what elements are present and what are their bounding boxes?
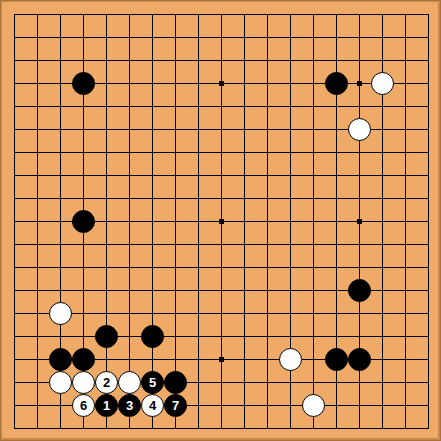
black-stone: 3: [118, 394, 141, 417]
move-number-label: 2: [103, 376, 110, 389]
black-stone: [72, 348, 95, 371]
black-stone: [95, 325, 118, 348]
move-number-label: 5: [149, 376, 156, 389]
black-stone: [348, 348, 371, 371]
star-point: [219, 219, 224, 224]
move-number-label: 4: [149, 399, 156, 412]
black-stone: [49, 348, 72, 371]
star-point: [219, 357, 224, 362]
black-stone: 1: [95, 394, 118, 417]
black-stone: 5: [141, 371, 164, 394]
black-stone: [325, 72, 348, 95]
white-stone: [49, 371, 72, 394]
black-stone: [325, 348, 348, 371]
white-stone: [118, 371, 141, 394]
go-board: 2561347: [0, 0, 441, 441]
white-stone: 4: [141, 394, 164, 417]
black-stone: [348, 279, 371, 302]
move-number-label: 6: [80, 399, 87, 412]
white-stone: 6: [72, 394, 95, 417]
black-stone: [72, 210, 95, 233]
star-point: [357, 81, 362, 86]
black-stone: 7: [164, 394, 187, 417]
black-stone: [141, 325, 164, 348]
white-stone: [72, 371, 95, 394]
star-point: [219, 81, 224, 86]
move-number-label: 7: [172, 399, 179, 412]
white-stone: [302, 394, 325, 417]
star-point: [357, 219, 362, 224]
white-stone: [279, 348, 302, 371]
move-number-label: 1: [103, 399, 110, 412]
white-stone: 2: [95, 371, 118, 394]
black-stone: [164, 371, 187, 394]
white-stone: [371, 72, 394, 95]
white-stone: [49, 302, 72, 325]
black-stone: [72, 72, 95, 95]
move-number-label: 3: [126, 399, 133, 412]
white-stone: [348, 118, 371, 141]
